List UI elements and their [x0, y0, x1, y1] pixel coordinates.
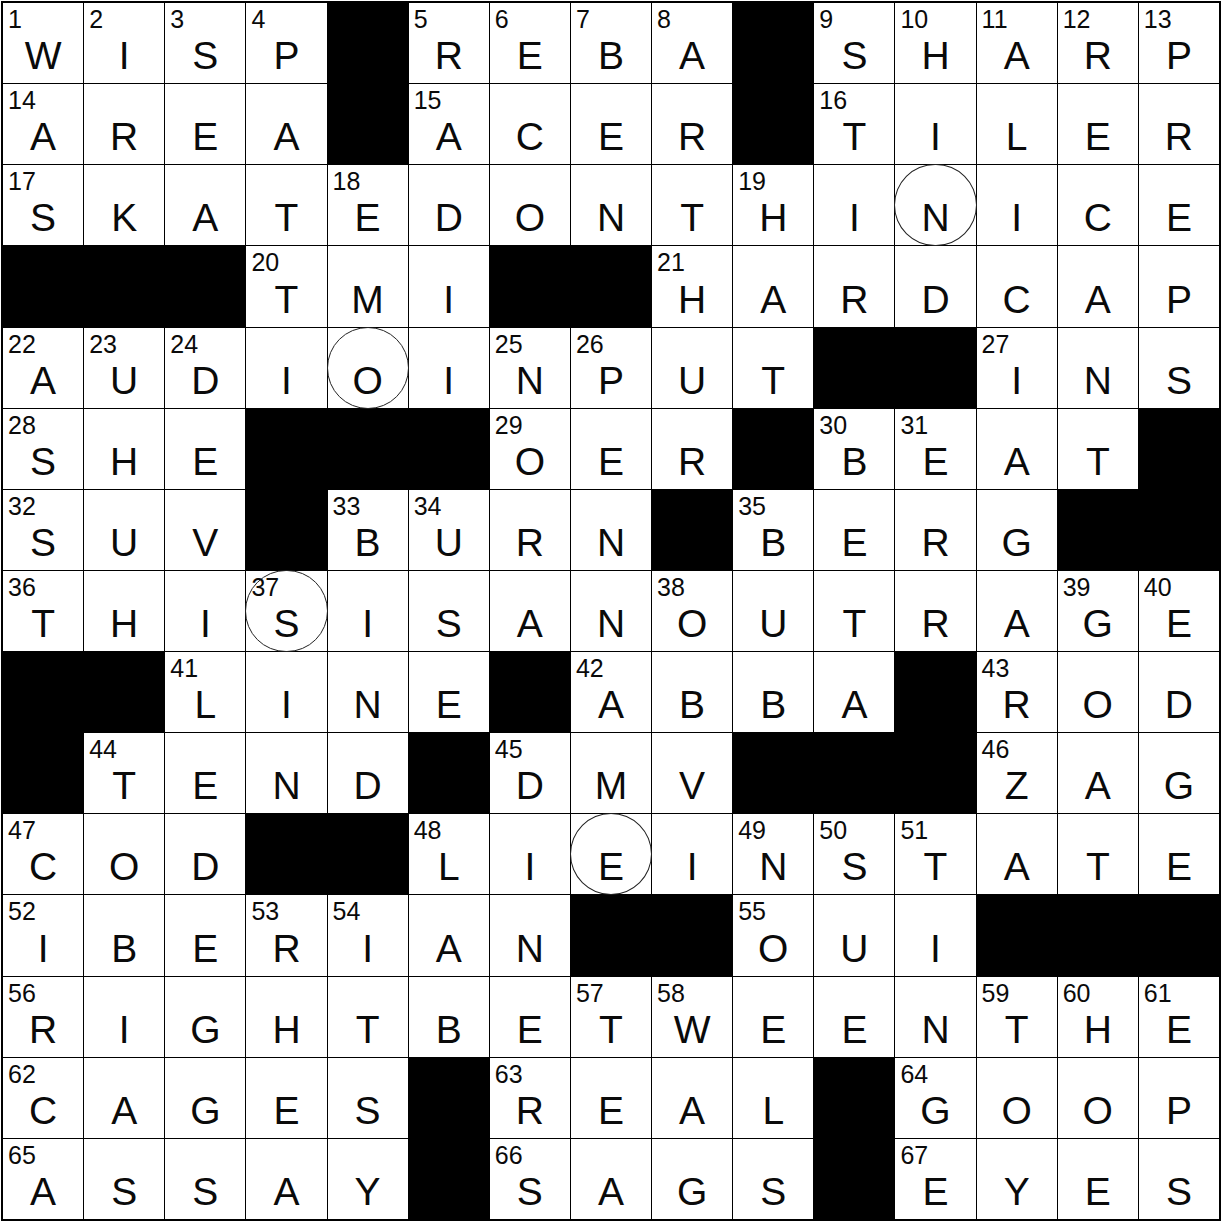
cell-r8c13[interactable]: A — [977, 571, 1057, 651]
black-cell-r7c15 — [1139, 490, 1219, 570]
cell-letter: O — [977, 1091, 1057, 1130]
clue-number: 31 — [900, 413, 928, 438]
cell-letter: T — [328, 1010, 408, 1049]
cell-r4c10[interactable]: A — [733, 246, 813, 326]
cell-r5c9[interactable]: U — [652, 328, 732, 408]
cell-letter: B — [733, 523, 813, 562]
cell-letter: E — [571, 117, 651, 156]
cell-r13c11[interactable]: E — [814, 977, 894, 1057]
clue-number: 24 — [170, 332, 198, 357]
cell-letter: H — [1058, 1010, 1138, 1049]
cell-r15c1[interactable]: 65A — [3, 1139, 83, 1219]
cell-r10c2[interactable]: 44T — [84, 733, 164, 813]
cell-r12c1[interactable]: 52I — [3, 895, 83, 975]
cell-r15c4[interactable]: A — [246, 1139, 326, 1219]
cell-letter: B — [409, 1010, 489, 1049]
cell-r4c11[interactable]: R — [814, 246, 894, 326]
cell-letter: C — [3, 847, 83, 886]
cell-r5c7[interactable]: 25N — [490, 328, 570, 408]
cell-r13c1[interactable]: 56R — [3, 977, 83, 1057]
cell-letter: A — [652, 36, 732, 75]
cell-r5c10[interactable]: T — [733, 328, 813, 408]
cell-r1c11[interactable]: 9S — [814, 3, 894, 83]
cell-r8c5[interactable]: I — [328, 571, 408, 651]
cell-letter: N — [1058, 361, 1138, 400]
cell-r4c6[interactable]: I — [409, 246, 489, 326]
cell-r13c8[interactable]: 57T — [571, 977, 651, 1057]
cell-letter: V — [165, 523, 245, 562]
black-cell-r7c4 — [246, 490, 326, 570]
cell-r11c13[interactable]: A — [977, 814, 1057, 894]
cell-letter: S — [165, 36, 245, 75]
cell-r1c1[interactable]: 1W — [3, 3, 83, 83]
cell-r11c9[interactable]: I — [652, 814, 732, 894]
cell-r4c13[interactable]: C — [977, 246, 1057, 326]
cell-r10c8[interactable]: M — [571, 733, 651, 813]
cell-r4c9[interactable]: 21H — [652, 246, 732, 326]
cell-r3c12[interactable]: N — [895, 165, 975, 245]
cell-r10c3[interactable]: E — [165, 733, 245, 813]
cell-r2c8[interactable]: E — [571, 84, 651, 164]
cell-r15c14[interactable]: E — [1058, 1139, 1138, 1219]
cell-r2c6[interactable]: 15A — [409, 84, 489, 164]
cell-r15c8[interactable]: A — [571, 1139, 651, 1219]
cell-r8c1[interactable]: 36T — [3, 571, 83, 651]
cell-r12c12[interactable]: I — [895, 895, 975, 975]
black-cell-r6c4 — [246, 409, 326, 489]
black-cell-r4c2 — [84, 246, 164, 326]
cell-r2c11[interactable]: 16T — [814, 84, 894, 164]
cell-r9c5[interactable]: N — [328, 652, 408, 732]
cell-letter: U — [409, 523, 489, 562]
cell-r12c10[interactable]: 55O — [733, 895, 813, 975]
cell-r11c2[interactable]: O — [84, 814, 164, 894]
cell-letter: A — [165, 198, 245, 237]
cell-r15c2[interactable]: S — [84, 1139, 164, 1219]
cell-r4c5[interactable]: M — [328, 246, 408, 326]
cell-r5c3[interactable]: 24D — [165, 328, 245, 408]
cell-r13c7[interactable]: E — [490, 977, 570, 1057]
black-cell-r2c10 — [733, 84, 813, 164]
cell-r14c15[interactable]: P — [1139, 1058, 1219, 1138]
cell-r5c5[interactable]: O — [328, 328, 408, 408]
cell-r9c4[interactable]: I — [246, 652, 326, 732]
cell-r9c3[interactable]: 41L — [165, 652, 245, 732]
cell-r2c14[interactable]: E — [1058, 84, 1138, 164]
cell-r10c5[interactable]: D — [328, 733, 408, 813]
cell-r15c12[interactable]: 67E — [895, 1139, 975, 1219]
cell-r11c15[interactable]: E — [1139, 814, 1219, 894]
black-cell-r9c2 — [84, 652, 164, 732]
black-cell-r12c8 — [571, 895, 651, 975]
cell-r6c2[interactable]: H — [84, 409, 164, 489]
cell-r3c10[interactable]: 19H — [733, 165, 813, 245]
cell-letter: A — [246, 1172, 326, 1211]
cell-r7c12[interactable]: R — [895, 490, 975, 570]
cell-letter: S — [814, 36, 894, 75]
cell-r11c10[interactable]: 49N — [733, 814, 813, 894]
cell-letter: A — [1058, 766, 1138, 805]
cell-r1c7[interactable]: 6E — [490, 3, 570, 83]
cell-r7c13[interactable]: G — [977, 490, 1057, 570]
clue-number: 35 — [738, 494, 766, 519]
cell-r2c15[interactable]: R — [1139, 84, 1219, 164]
cell-r15c7[interactable]: 66S — [490, 1139, 570, 1219]
cell-letter: N — [490, 361, 570, 400]
cell-r12c11[interactable]: U — [814, 895, 894, 975]
cell-letter: B — [328, 523, 408, 562]
cell-r4c14[interactable]: A — [1058, 246, 1138, 326]
cell-r13c13[interactable]: 59T — [977, 977, 1057, 1057]
cell-r12c5[interactable]: 54I — [328, 895, 408, 975]
clue-number: 2 — [89, 7, 103, 32]
cell-r10c7[interactable]: 45D — [490, 733, 570, 813]
cell-letter: N — [571, 523, 651, 562]
cell-r6c11[interactable]: 30B — [814, 409, 894, 489]
cell-r1c12[interactable]: 10H — [895, 3, 975, 83]
cell-letter: R — [895, 604, 975, 643]
cell-letter: I — [409, 280, 489, 319]
cell-r10c13[interactable]: 46Z — [977, 733, 1057, 813]
cell-r5c1[interactable]: 22A — [3, 328, 83, 408]
cell-r13c4[interactable]: H — [246, 977, 326, 1057]
cell-letter: E — [328, 198, 408, 237]
cell-r9c11[interactable]: A — [814, 652, 894, 732]
cell-letter: R — [652, 442, 732, 481]
clue-number: 65 — [8, 1143, 36, 1168]
cell-letter: H — [652, 280, 732, 319]
cell-letter: B — [84, 929, 164, 968]
cell-r15c10[interactable]: S — [733, 1139, 813, 1219]
cell-r3c4[interactable]: T — [246, 165, 326, 245]
cell-r11c11[interactable]: 50S — [814, 814, 894, 894]
cell-r6c9[interactable]: R — [652, 409, 732, 489]
cell-r14c3[interactable]: G — [165, 1058, 245, 1138]
cell-letter: I — [3, 929, 83, 968]
cell-r8c15[interactable]: 40E — [1139, 571, 1219, 651]
cell-r6c1[interactable]: 28S — [3, 409, 83, 489]
cell-r1c2[interactable]: 2I — [84, 3, 164, 83]
cell-letter: E — [814, 523, 894, 562]
cell-r3c9[interactable]: T — [652, 165, 732, 245]
cell-r5c4[interactable]: I — [246, 328, 326, 408]
cell-r3c1[interactable]: 17S — [3, 165, 83, 245]
black-cell-r2c5 — [328, 84, 408, 164]
cell-letter: E — [165, 766, 245, 805]
cell-r14c5[interactable]: S — [328, 1058, 408, 1138]
cell-letter: S — [733, 1172, 813, 1211]
cell-r12c6[interactable]: A — [409, 895, 489, 975]
cell-r7c11[interactable]: E — [814, 490, 894, 570]
cell-r6c12[interactable]: 31E — [895, 409, 975, 489]
cell-r7c5[interactable]: 33B — [328, 490, 408, 570]
black-cell-r9c7 — [490, 652, 570, 732]
cell-r15c5[interactable]: Y — [328, 1139, 408, 1219]
cell-r8c7[interactable]: A — [490, 571, 570, 651]
cell-letter: E — [571, 1091, 651, 1130]
cell-r14c7[interactable]: 63R — [490, 1058, 570, 1138]
cell-r15c3[interactable]: S — [165, 1139, 245, 1219]
cell-r2c4[interactable]: A — [246, 84, 326, 164]
clue-number: 48 — [414, 818, 442, 843]
cell-r13c5[interactable]: T — [328, 977, 408, 1057]
cell-letter: S — [3, 198, 83, 237]
cell-r13c9[interactable]: 58W — [652, 977, 732, 1057]
cell-r1c15[interactable]: 13P — [1139, 3, 1219, 83]
cell-letter: C — [3, 1091, 83, 1130]
cell-r12c7[interactable]: N — [490, 895, 570, 975]
cell-r9c15[interactable]: D — [1139, 652, 1219, 732]
cell-r5c14[interactable]: N — [1058, 328, 1138, 408]
cell-letter: D — [165, 847, 245, 886]
cell-r2c7[interactable]: C — [490, 84, 570, 164]
cell-letter: N — [328, 685, 408, 724]
cell-r11c6[interactable]: 48L — [409, 814, 489, 894]
cell-letter: E — [895, 442, 975, 481]
cell-r11c3[interactable]: D — [165, 814, 245, 894]
cell-letter: E — [1139, 847, 1219, 886]
cell-r9c8[interactable]: 42A — [571, 652, 651, 732]
clue-number: 33 — [333, 494, 361, 519]
cell-letter: I — [652, 847, 732, 886]
cell-letter: B — [652, 685, 732, 724]
black-cell-r10c12 — [895, 733, 975, 813]
cell-r1c8[interactable]: 7B — [571, 3, 651, 83]
cell-letter: I — [84, 1010, 164, 1049]
cell-r1c3[interactable]: 3S — [165, 3, 245, 83]
cell-r10c9[interactable]: V — [652, 733, 732, 813]
cell-letter: O — [490, 442, 570, 481]
cell-r11c12[interactable]: 51T — [895, 814, 975, 894]
cell-r5c2[interactable]: 23U — [84, 328, 164, 408]
cell-r8c10[interactable]: U — [733, 571, 813, 651]
cell-r8c12[interactable]: R — [895, 571, 975, 651]
cell-r10c15[interactable]: G — [1139, 733, 1219, 813]
cell-letter: T — [84, 766, 164, 805]
cell-r2c13[interactable]: L — [977, 84, 1057, 164]
clue-number: 29 — [495, 413, 523, 438]
cell-letter: I — [977, 198, 1057, 237]
cell-r5c15[interactable]: S — [1139, 328, 1219, 408]
black-cell-r12c9 — [652, 895, 732, 975]
cell-r8c4[interactable]: 37S — [246, 571, 326, 651]
black-cell-r6c10 — [733, 409, 813, 489]
cell-letter: I — [409, 361, 489, 400]
cell-r5c13[interactable]: 27I — [977, 328, 1057, 408]
cell-letter: N — [246, 766, 326, 805]
clue-number: 26 — [576, 332, 604, 357]
crossword-board: 1W2I3S4P5R6E7B8A9S10H11A12R13P14AREA15AC… — [1, 1, 1221, 1221]
cell-letter: N — [733, 847, 813, 886]
cell-r2c2[interactable]: R — [84, 84, 164, 164]
cell-r8c11[interactable]: T — [814, 571, 894, 651]
cell-r13c15[interactable]: 61E — [1139, 977, 1219, 1057]
cell-r1c14[interactable]: 12R — [1058, 3, 1138, 83]
cell-r4c12[interactable]: D — [895, 246, 975, 326]
cell-letter: I — [246, 685, 326, 724]
cell-r5c6[interactable]: I — [409, 328, 489, 408]
cell-r8c3[interactable]: I — [165, 571, 245, 651]
cell-letter: N — [571, 604, 651, 643]
cell-r4c4[interactable]: 20T — [246, 246, 326, 326]
cell-r14c12[interactable]: 64G — [895, 1058, 975, 1138]
cell-r8c2[interactable]: H — [84, 571, 164, 651]
cell-r15c13[interactable]: Y — [977, 1139, 1057, 1219]
cell-letter: G — [165, 1010, 245, 1049]
cell-r10c14[interactable]: A — [1058, 733, 1138, 813]
cell-r6c3[interactable]: E — [165, 409, 245, 489]
cell-r8c14[interactable]: 39G — [1058, 571, 1138, 651]
cell-r14c1[interactable]: 62C — [3, 1058, 83, 1138]
cell-r4c15[interactable]: P — [1139, 246, 1219, 326]
cell-letter: A — [571, 685, 651, 724]
cell-r3c3[interactable]: A — [165, 165, 245, 245]
cell-letter: D — [1139, 685, 1219, 724]
cell-r1c13[interactable]: 11A — [977, 3, 1057, 83]
clue-number: 55 — [738, 899, 766, 924]
cell-letter: T — [3, 604, 83, 643]
cell-letter: S — [328, 1091, 408, 1130]
cell-letter: H — [895, 36, 975, 75]
cell-letter: E — [165, 929, 245, 968]
cell-r3c11[interactable]: I — [814, 165, 894, 245]
cell-letter: A — [84, 1091, 164, 1130]
cell-letter: O — [328, 361, 408, 400]
clue-number: 16 — [819, 88, 847, 113]
clue-number: 66 — [495, 1143, 523, 1168]
black-cell-r14c11 — [814, 1058, 894, 1138]
cell-r3c2[interactable]: K — [84, 165, 164, 245]
cell-r7c10[interactable]: 35B — [733, 490, 813, 570]
cell-letter: T — [246, 198, 326, 237]
black-cell-r15c11 — [814, 1139, 894, 1219]
cell-letter: A — [977, 847, 1057, 886]
cell-r14c2[interactable]: A — [84, 1058, 164, 1138]
cell-r2c12[interactable]: I — [895, 84, 975, 164]
black-cell-r5c12 — [895, 328, 975, 408]
clue-number: 44 — [89, 737, 117, 762]
cell-letter: R — [84, 117, 164, 156]
cell-r8c6[interactable]: S — [409, 571, 489, 651]
cell-letter: I — [328, 604, 408, 643]
cell-r12c4[interactable]: 53R — [246, 895, 326, 975]
cell-r3c6[interactable]: D — [409, 165, 489, 245]
cell-r1c6[interactable]: 5R — [409, 3, 489, 83]
cell-r8c9[interactable]: 38O — [652, 571, 732, 651]
cell-r11c1[interactable]: 47C — [3, 814, 83, 894]
cell-r7c3[interactable]: V — [165, 490, 245, 570]
cell-r11c7[interactable]: I — [490, 814, 570, 894]
cell-r13c6[interactable]: B — [409, 977, 489, 1057]
cell-r14c9[interactable]: A — [652, 1058, 732, 1138]
cell-r3c14[interactable]: C — [1058, 165, 1138, 245]
cell-r13c14[interactable]: 60H — [1058, 977, 1138, 1057]
cell-r14c8[interactable]: E — [571, 1058, 651, 1138]
cell-r14c14[interactable]: O — [1058, 1058, 1138, 1138]
cell-r13c3[interactable]: G — [165, 977, 245, 1057]
clue-number: 8 — [657, 7, 671, 32]
cell-r9c9[interactable]: B — [652, 652, 732, 732]
cell-letter: S — [165, 1172, 245, 1211]
cell-r12c3[interactable]: E — [165, 895, 245, 975]
cell-r9c13[interactable]: 43R — [977, 652, 1057, 732]
cell-r13c12[interactable]: N — [895, 977, 975, 1057]
cell-r3c5[interactable]: 18E — [328, 165, 408, 245]
cell-r14c10[interactable]: L — [733, 1058, 813, 1138]
cell-r10c4[interactable]: N — [246, 733, 326, 813]
cell-r11c14[interactable]: T — [1058, 814, 1138, 894]
cell-r2c1[interactable]: 14A — [3, 84, 83, 164]
cell-r2c9[interactable]: R — [652, 84, 732, 164]
black-cell-r10c10 — [733, 733, 813, 813]
cell-r7c7[interactable]: R — [490, 490, 570, 570]
cell-r14c4[interactable]: E — [246, 1058, 326, 1138]
cell-r15c9[interactable]: G — [652, 1139, 732, 1219]
cell-r13c10[interactable]: E — [733, 977, 813, 1057]
clue-number: 60 — [1063, 981, 1091, 1006]
cell-r14c13[interactable]: O — [977, 1058, 1057, 1138]
cell-r15c15[interactable]: S — [1139, 1139, 1219, 1219]
clue-number: 56 — [8, 981, 36, 1006]
cell-r9c10[interactable]: B — [733, 652, 813, 732]
cell-letter: R — [1139, 117, 1219, 156]
clue-number: 23 — [89, 332, 117, 357]
clue-number: 36 — [8, 575, 36, 600]
cell-r1c4[interactable]: 4P — [246, 3, 326, 83]
cell-r6c7[interactable]: 29O — [490, 409, 570, 489]
clue-number: 18 — [333, 169, 361, 194]
cell-letter: E — [895, 1172, 975, 1211]
cell-r13c2[interactable]: I — [84, 977, 164, 1057]
cell-letter: P — [571, 361, 651, 400]
cell-letter: U — [814, 929, 894, 968]
cell-r6c8[interactable]: E — [571, 409, 651, 489]
clue-number: 61 — [1144, 981, 1172, 1006]
cell-r3c7[interactable]: O — [490, 165, 570, 245]
cell-r6c13[interactable]: A — [977, 409, 1057, 489]
cell-r7c1[interactable]: 32S — [3, 490, 83, 570]
clue-number: 57 — [576, 981, 604, 1006]
cell-r9c14[interactable]: O — [1058, 652, 1138, 732]
cell-r9c6[interactable]: E — [409, 652, 489, 732]
clue-number: 30 — [819, 413, 847, 438]
cell-r2c3[interactable]: E — [165, 84, 245, 164]
cell-r7c8[interactable]: N — [571, 490, 651, 570]
cell-r3c8[interactable]: N — [571, 165, 651, 245]
cell-r3c15[interactable]: E — [1139, 165, 1219, 245]
black-cell-r4c3 — [165, 246, 245, 326]
cell-r5c8[interactable]: 26P — [571, 328, 651, 408]
black-cell-r7c9 — [652, 490, 732, 570]
black-cell-r12c15 — [1139, 895, 1219, 975]
cell-r7c2[interactable]: U — [84, 490, 164, 570]
cell-letter: I — [165, 604, 245, 643]
cell-r11c8[interactable]: E — [571, 814, 651, 894]
cell-r1c9[interactable]: 8A — [652, 3, 732, 83]
cell-r12c2[interactable]: B — [84, 895, 164, 975]
cell-r7c6[interactable]: 34U — [409, 490, 489, 570]
cell-letter: O — [652, 604, 732, 643]
cell-letter: D — [409, 198, 489, 237]
cell-r8c8[interactable]: N — [571, 571, 651, 651]
cell-r3c13[interactable]: I — [977, 165, 1057, 245]
cell-letter: S — [1139, 361, 1219, 400]
cell-letter: E — [571, 847, 651, 886]
cell-r6c14[interactable]: T — [1058, 409, 1138, 489]
clue-number: 67 — [900, 1143, 928, 1168]
cell-letter: D — [165, 361, 245, 400]
black-cell-r5c11 — [814, 328, 894, 408]
